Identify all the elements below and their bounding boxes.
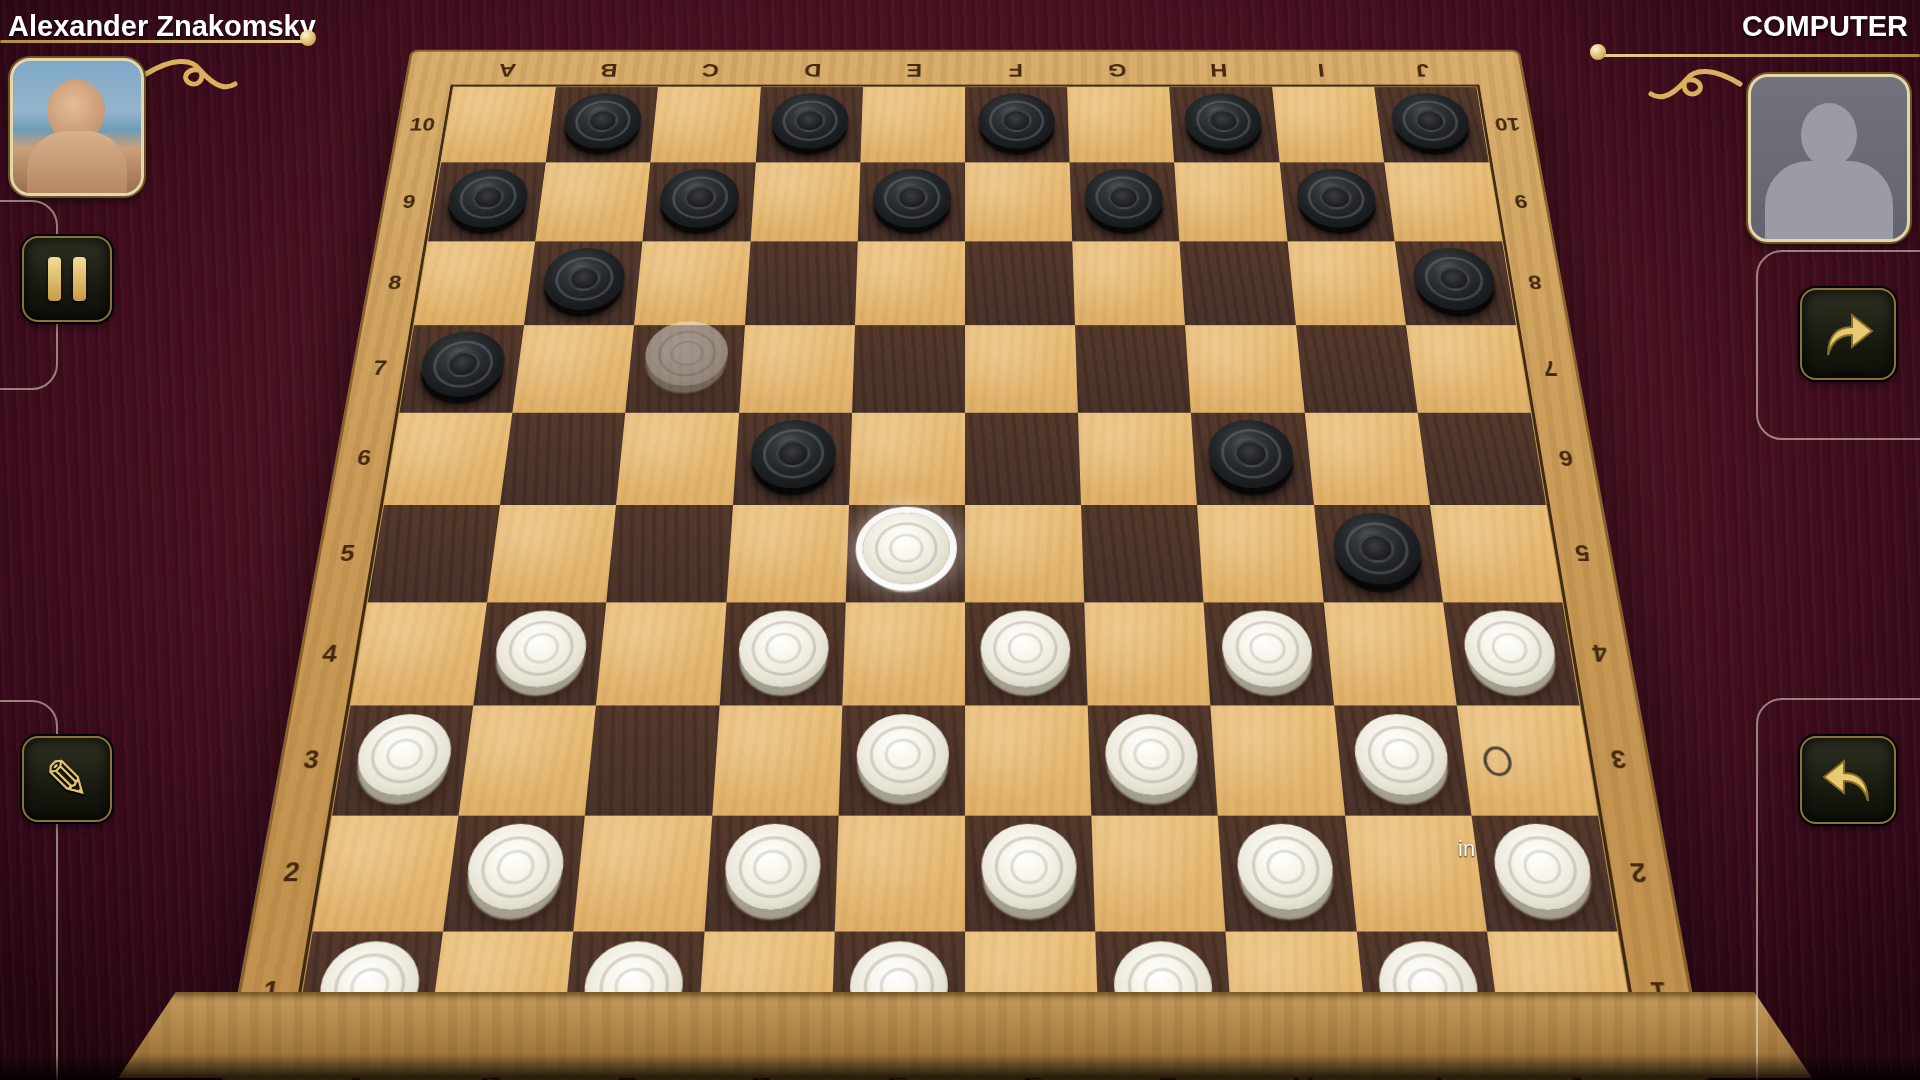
computer-avatar-placeholder xyxy=(1748,74,1910,242)
gold-divider-left xyxy=(0,40,306,43)
player-name-left: Alexander Znakomsky xyxy=(8,10,316,43)
row-label-left-8: 8 xyxy=(367,242,423,325)
square-I6[interactable] xyxy=(1304,413,1429,505)
square-G5[interactable] xyxy=(1081,505,1204,603)
share-forward-icon xyxy=(1820,309,1876,359)
square-B9[interactable] xyxy=(535,163,650,242)
row-label-left-9: 9 xyxy=(382,163,436,242)
square-E2[interactable] xyxy=(835,815,965,931)
square-D3[interactable] xyxy=(712,706,842,815)
square-D10[interactable] xyxy=(755,87,862,162)
col-label-top-F: F xyxy=(965,56,1067,85)
square-B3[interactable] xyxy=(459,706,597,815)
col-label-top-E: E xyxy=(863,56,965,85)
square-I5[interactable] xyxy=(1314,505,1443,603)
piece-white-man-F4[interactable] xyxy=(981,611,1072,687)
col-label-top-B: B xyxy=(556,56,661,85)
square-I2[interactable] xyxy=(1345,815,1487,931)
square-B10[interactable] xyxy=(546,87,658,162)
player-avatar-photo xyxy=(10,58,144,196)
col-label-top-G: G xyxy=(1066,56,1169,85)
square-A3[interactable] xyxy=(332,706,473,815)
piece-black-man-C9[interactable] xyxy=(658,169,741,227)
col-label-top-I: I xyxy=(1269,56,1374,85)
square-A6[interactable] xyxy=(384,413,513,505)
square-G10[interactable] xyxy=(1067,87,1174,162)
piece-black-man-J10[interactable] xyxy=(1388,93,1473,149)
square-H3[interactable] xyxy=(1211,706,1345,815)
piece-black-man-B8[interactable] xyxy=(541,248,629,309)
square-G2[interactable] xyxy=(1092,815,1226,931)
square-J9[interactable] xyxy=(1384,163,1502,242)
piece-white-man-D4[interactable] xyxy=(736,611,829,687)
ghost-piece-white-C7[interactable] xyxy=(643,322,731,386)
edit-button[interactable]: ✎ xyxy=(22,736,112,822)
square-B5[interactable] xyxy=(487,505,616,603)
square-I8[interactable] xyxy=(1287,242,1406,325)
piece-black-man-I5[interactable] xyxy=(1329,513,1424,585)
square-E8[interactable] xyxy=(855,242,965,325)
pencil-icon: ✎ xyxy=(44,748,89,811)
square-G8[interactable] xyxy=(1072,242,1185,325)
piece-white-man-E5[interactable] xyxy=(862,513,950,585)
piece-black-man-D10[interactable] xyxy=(770,93,849,149)
player-avatar-torso xyxy=(27,131,127,196)
square-I7[interactable] xyxy=(1296,325,1418,413)
square-E5[interactable] xyxy=(846,505,965,603)
board-frame: ABCDEFGHIJ ABCDEFGHIJ 10987654321 109876… xyxy=(218,52,1712,1080)
square-E3[interactable] xyxy=(838,706,965,815)
square-H7[interactable] xyxy=(1185,325,1304,413)
square-A10[interactable] xyxy=(441,87,556,162)
pause-button[interactable] xyxy=(22,236,112,322)
pause-icon xyxy=(48,257,61,301)
move-marker-J3 xyxy=(1482,747,1514,777)
col-label-top-D: D xyxy=(761,56,864,85)
piece-white-man-J4[interactable] xyxy=(1459,611,1560,687)
col-label-top-A: A xyxy=(454,56,560,85)
square-F3[interactable] xyxy=(965,706,1092,815)
share-button[interactable] xyxy=(1800,288,1896,380)
piece-white-man-G3[interactable] xyxy=(1104,714,1200,795)
square-I3[interactable] xyxy=(1334,706,1472,815)
piece-black-man-H10[interactable] xyxy=(1183,93,1264,149)
square-E4[interactable] xyxy=(842,603,965,706)
square-J10[interactable] xyxy=(1374,87,1489,162)
square-H6[interactable] xyxy=(1191,413,1313,505)
square-C4[interactable] xyxy=(596,603,726,706)
board-grid xyxy=(292,87,1638,1055)
square-G9[interactable] xyxy=(1070,163,1180,242)
column-labels-top: ABCDEFGHIJ xyxy=(454,56,1476,85)
square-C3[interactable] xyxy=(585,706,719,815)
square-D8[interactable] xyxy=(745,242,858,325)
square-E7[interactable] xyxy=(852,325,965,413)
square-D4[interactable] xyxy=(719,603,845,706)
pause-icon-bar2 xyxy=(73,257,86,301)
square-C5[interactable] xyxy=(607,505,733,603)
square-J5[interactable] xyxy=(1430,505,1562,603)
square-B7[interactable] xyxy=(513,325,635,413)
row-label-left-10: 10 xyxy=(396,87,448,162)
piece-white-man-B4[interactable] xyxy=(492,611,590,687)
piece-black-man-G9[interactable] xyxy=(1084,169,1165,227)
square-F2[interactable] xyxy=(965,815,1095,931)
col-label-top-H: H xyxy=(1167,56,1271,85)
square-E9[interactable] xyxy=(858,163,965,242)
piece-black-man-F10[interactable] xyxy=(978,93,1055,149)
piece-black-man-B10[interactable] xyxy=(561,93,644,149)
back-undo-icon xyxy=(1820,755,1876,805)
gold-ball-right xyxy=(1590,44,1606,60)
square-A7[interactable] xyxy=(399,325,524,413)
piece-white-man-H2[interactable] xyxy=(1235,824,1337,910)
square-J8[interactable] xyxy=(1395,242,1516,325)
square-A5[interactable] xyxy=(368,505,500,603)
piece-white-man-B2[interactable] xyxy=(463,824,568,910)
square-C8[interactable] xyxy=(634,242,750,325)
square-H4[interactable] xyxy=(1204,603,1334,706)
piece-black-man-I9[interactable] xyxy=(1294,169,1379,227)
square-B8[interactable] xyxy=(524,242,643,325)
square-I4[interactable] xyxy=(1323,603,1456,706)
square-F5[interactable] xyxy=(965,505,1084,603)
square-C9[interactable] xyxy=(643,163,756,242)
player-name-right: COMPUTER xyxy=(1742,10,1908,43)
square-G3[interactable] xyxy=(1088,706,1218,815)
square-D2[interactable] xyxy=(704,815,838,931)
square-F8[interactable] xyxy=(965,242,1075,325)
col-label-top-C: C xyxy=(659,56,763,85)
square-H8[interactable] xyxy=(1180,242,1296,325)
square-D7[interactable] xyxy=(739,325,855,413)
watermark-text: in xyxy=(1458,836,1475,862)
piece-black-man-E9[interactable] xyxy=(872,169,951,227)
square-B4[interactable] xyxy=(473,603,606,706)
square-J2[interactable] xyxy=(1471,815,1617,931)
back-button[interactable] xyxy=(1800,736,1896,824)
person-icon xyxy=(1801,103,1857,167)
square-B2[interactable] xyxy=(443,815,585,931)
square-J3[interactable] xyxy=(1457,706,1598,815)
piece-white-man-H4[interactable] xyxy=(1220,611,1316,687)
square-F4[interactable] xyxy=(965,603,1088,706)
square-J6[interactable] xyxy=(1417,413,1546,505)
square-A2[interactable] xyxy=(313,815,459,931)
square-F10[interactable] xyxy=(965,87,1070,162)
gold-flourish-right xyxy=(1648,66,1744,112)
square-H2[interactable] xyxy=(1218,815,1356,931)
row-label-left-7: 7 xyxy=(351,325,409,413)
square-D5[interactable] xyxy=(726,505,849,603)
square-I10[interactable] xyxy=(1272,87,1384,162)
piece-white-man-F2[interactable] xyxy=(981,824,1077,910)
square-F9[interactable] xyxy=(965,163,1072,242)
col-label-top-J: J xyxy=(1370,56,1476,85)
bottom-shadow xyxy=(0,1054,1920,1080)
gold-flourish-left xyxy=(142,56,238,102)
square-H10[interactable] xyxy=(1169,87,1279,162)
piece-white-man-J2[interactable] xyxy=(1489,824,1597,910)
square-C6[interactable] xyxy=(616,413,738,505)
piece-black-man-D6[interactable] xyxy=(749,420,837,488)
piece-black-man-A9[interactable] xyxy=(444,169,531,227)
board-3d-wrapper: ABCDEFGHIJ ABCDEFGHIJ 10987654321 109876… xyxy=(218,52,1712,1080)
square-E10[interactable] xyxy=(860,87,965,162)
square-E6[interactable] xyxy=(849,413,965,505)
piece-black-man-H6[interactable] xyxy=(1206,420,1296,488)
gold-divider-right xyxy=(1602,54,1920,57)
piece-white-man-E3[interactable] xyxy=(855,714,948,795)
piece-black-man-J8[interactable] xyxy=(1409,248,1499,309)
square-F7[interactable] xyxy=(965,325,1078,413)
square-D9[interactable] xyxy=(750,163,860,242)
piece-white-man-I3[interactable] xyxy=(1351,714,1453,795)
square-G7[interactable] xyxy=(1075,325,1191,413)
square-J4[interactable] xyxy=(1443,603,1580,706)
gold-ball-left xyxy=(300,30,316,46)
square-C7[interactable] xyxy=(626,325,745,413)
piece-black-man-A7[interactable] xyxy=(417,332,509,397)
piece-white-man-D2[interactable] xyxy=(722,824,821,910)
person-icon-body xyxy=(1765,161,1893,241)
square-C10[interactable] xyxy=(651,87,761,162)
square-C2[interactable] xyxy=(574,815,712,931)
square-G6[interactable] xyxy=(1078,413,1197,505)
square-H9[interactable] xyxy=(1175,163,1288,242)
square-H5[interactable] xyxy=(1197,505,1323,603)
piece-white-man-A3[interactable] xyxy=(352,714,456,795)
square-I9[interactable] xyxy=(1279,163,1394,242)
square-A9[interactable] xyxy=(428,163,546,242)
square-A8[interactable] xyxy=(414,242,535,325)
square-G4[interactable] xyxy=(1084,603,1210,706)
square-F6[interactable] xyxy=(965,413,1081,505)
square-B6[interactable] xyxy=(500,413,625,505)
square-J7[interactable] xyxy=(1406,325,1531,413)
square-A4[interactable] xyxy=(350,603,487,706)
square-D6[interactable] xyxy=(733,413,852,505)
